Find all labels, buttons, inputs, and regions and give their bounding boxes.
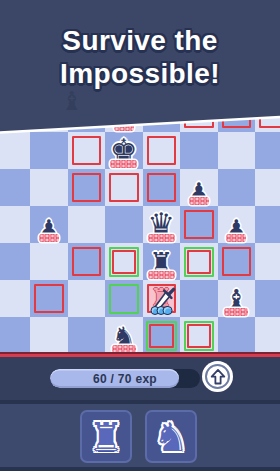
upgrade-button[interactable] (202, 361, 233, 392)
tray-button-knight[interactable]: ♞ (145, 410, 197, 463)
highlight-red-square (72, 136, 102, 165)
highlight-red-inner-square (149, 324, 174, 348)
highlight-green-square (109, 284, 140, 314)
tray-button-rook[interactable]: ♜ (80, 410, 132, 463)
board-cell[interactable] (68, 206, 106, 243)
board-cell[interactable] (68, 317, 106, 354)
board-cell[interactable] (30, 169, 68, 206)
highlight-red-square (72, 247, 102, 276)
board-cell[interactable] (255, 280, 280, 317)
board-cell[interactable] (0, 317, 30, 354)
highlight-red-square (109, 173, 139, 202)
highlight-red-square (72, 173, 102, 202)
highlight-red-square (222, 247, 252, 276)
highlight-red-square (34, 284, 64, 313)
board-cell[interactable] (0, 132, 30, 169)
board-cell[interactable] (143, 169, 181, 206)
piece-pawn: ♟ (180, 181, 218, 205)
board-cell[interactable] (30, 280, 68, 317)
header: Survive the Impossible! ♝ (0, 0, 280, 140)
up-arrow-icon (205, 364, 230, 389)
board-cell[interactable] (143, 317, 181, 354)
piece-queen: ♛ (143, 210, 181, 242)
board-cell[interactable] (255, 317, 280, 354)
board-cell[interactable]: ♜ (143, 280, 181, 317)
board-cell[interactable]: ♛ (143, 206, 181, 243)
board-cell[interactable]: ♜ (143, 243, 181, 280)
board-cell[interactable] (180, 243, 218, 280)
tray: ♜ ♞ (80, 410, 197, 463)
highlight-red-inner-square (112, 250, 137, 274)
board-cell[interactable] (218, 169, 256, 206)
piece-rook: ♜ (143, 251, 181, 279)
board-cell[interactable] (68, 169, 106, 206)
board-cell[interactable] (180, 206, 218, 243)
board-cell[interactable] (255, 169, 280, 206)
board: ♚♟♟♛♟♜♜♝♞ (0, 95, 280, 354)
board-cell[interactable] (68, 280, 106, 317)
board-cell[interactable] (105, 169, 143, 206)
highlight-red-inner-square (187, 250, 212, 274)
highlight-red-square (184, 210, 214, 239)
piece-king: ♚ (105, 136, 143, 168)
board-cell[interactable] (68, 132, 106, 169)
board-cell[interactable]: ♚ (105, 132, 143, 169)
piece-knight: ♞ (105, 325, 143, 353)
piece-silhouette: ♝ (60, 88, 83, 114)
board-cell[interactable] (180, 132, 218, 169)
board-cell[interactable] (0, 169, 30, 206)
board-cell[interactable]: ♞ (105, 317, 143, 354)
board-cell[interactable] (30, 132, 68, 169)
game-title: Survive the Impossible! (0, 24, 280, 90)
board-cell[interactable] (180, 280, 218, 317)
highlight-red-square (147, 136, 177, 165)
board-cell[interactable] (218, 317, 256, 354)
board-cell[interactable]: ♟ (180, 169, 218, 206)
title-line2: Impossible! (0, 57, 280, 90)
board-cell[interactable] (0, 206, 30, 243)
exp-bar: 60 / 70 exp (50, 369, 200, 388)
board-cell[interactable] (218, 132, 256, 169)
highlight-red-inner-square (187, 324, 212, 348)
board-cell[interactable]: ♟ (30, 206, 68, 243)
app-screen: ♚♟♟♛♟♜♜♝♞ Survive the Impossible! ♝ 60 /… (0, 0, 280, 471)
board-cell[interactable] (0, 243, 30, 280)
piece-pawn: ♟ (30, 218, 68, 242)
piece-pawn: ♟ (218, 218, 256, 242)
board-cell[interactable]: ♟ (218, 206, 256, 243)
board-cell[interactable] (105, 243, 143, 280)
highlight-red-square (147, 173, 177, 202)
board-cell[interactable]: ♝ (218, 280, 256, 317)
board-cell[interactable] (180, 317, 218, 354)
attacked-square: ♜ (147, 284, 177, 313)
board-cell[interactable] (255, 243, 280, 280)
board-cell[interactable] (30, 317, 68, 354)
rook-icon: ♜ (88, 417, 124, 457)
board-cell[interactable] (255, 206, 280, 243)
board-cell[interactable] (143, 132, 181, 169)
board-cell[interactable] (255, 132, 280, 169)
red-divider-stripe (0, 352, 280, 357)
board-cell[interactable] (105, 280, 143, 317)
hidden-piece-base (105, 128, 143, 131)
board-cell[interactable] (30, 243, 68, 280)
board-cell[interactable] (0, 280, 30, 317)
board-cell[interactable] (105, 206, 143, 243)
exp-label: 60 / 70 exp (50, 369, 200, 388)
title-line1: Survive the (0, 24, 280, 57)
board-cell[interactable] (218, 243, 256, 280)
board-cell[interactable] (68, 243, 106, 280)
piece-bishop: ♝ (218, 288, 256, 316)
knight-icon: ♞ (153, 417, 189, 457)
counter-dots (152, 306, 171, 316)
